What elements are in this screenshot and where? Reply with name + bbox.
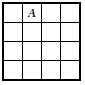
grid-cell-empty[interactable] [61,42,79,60]
grid-cell-empty[interactable] [61,23,79,41]
grid-cell-empty[interactable] [42,23,60,41]
grid-cell-label[interactable]: A [23,4,41,22]
grid-cell-empty[interactable] [42,42,60,60]
grid-cell-empty[interactable] [23,42,41,60]
grid-cell-empty[interactable] [23,61,41,79]
grid-cell-empty[interactable] [61,61,79,79]
grid-cell-empty[interactable] [4,42,22,60]
grid-cell-empty[interactable] [61,4,79,22]
grid-cell-empty[interactable] [42,61,60,79]
grid-cell-empty[interactable] [4,4,22,22]
grid-cell-empty[interactable] [42,4,60,22]
grid-cell-empty[interactable] [23,23,41,41]
grid-cell-empty[interactable] [4,61,22,79]
grid-cell-empty[interactable] [4,23,22,41]
puzzle-grid: A [2,2,81,81]
